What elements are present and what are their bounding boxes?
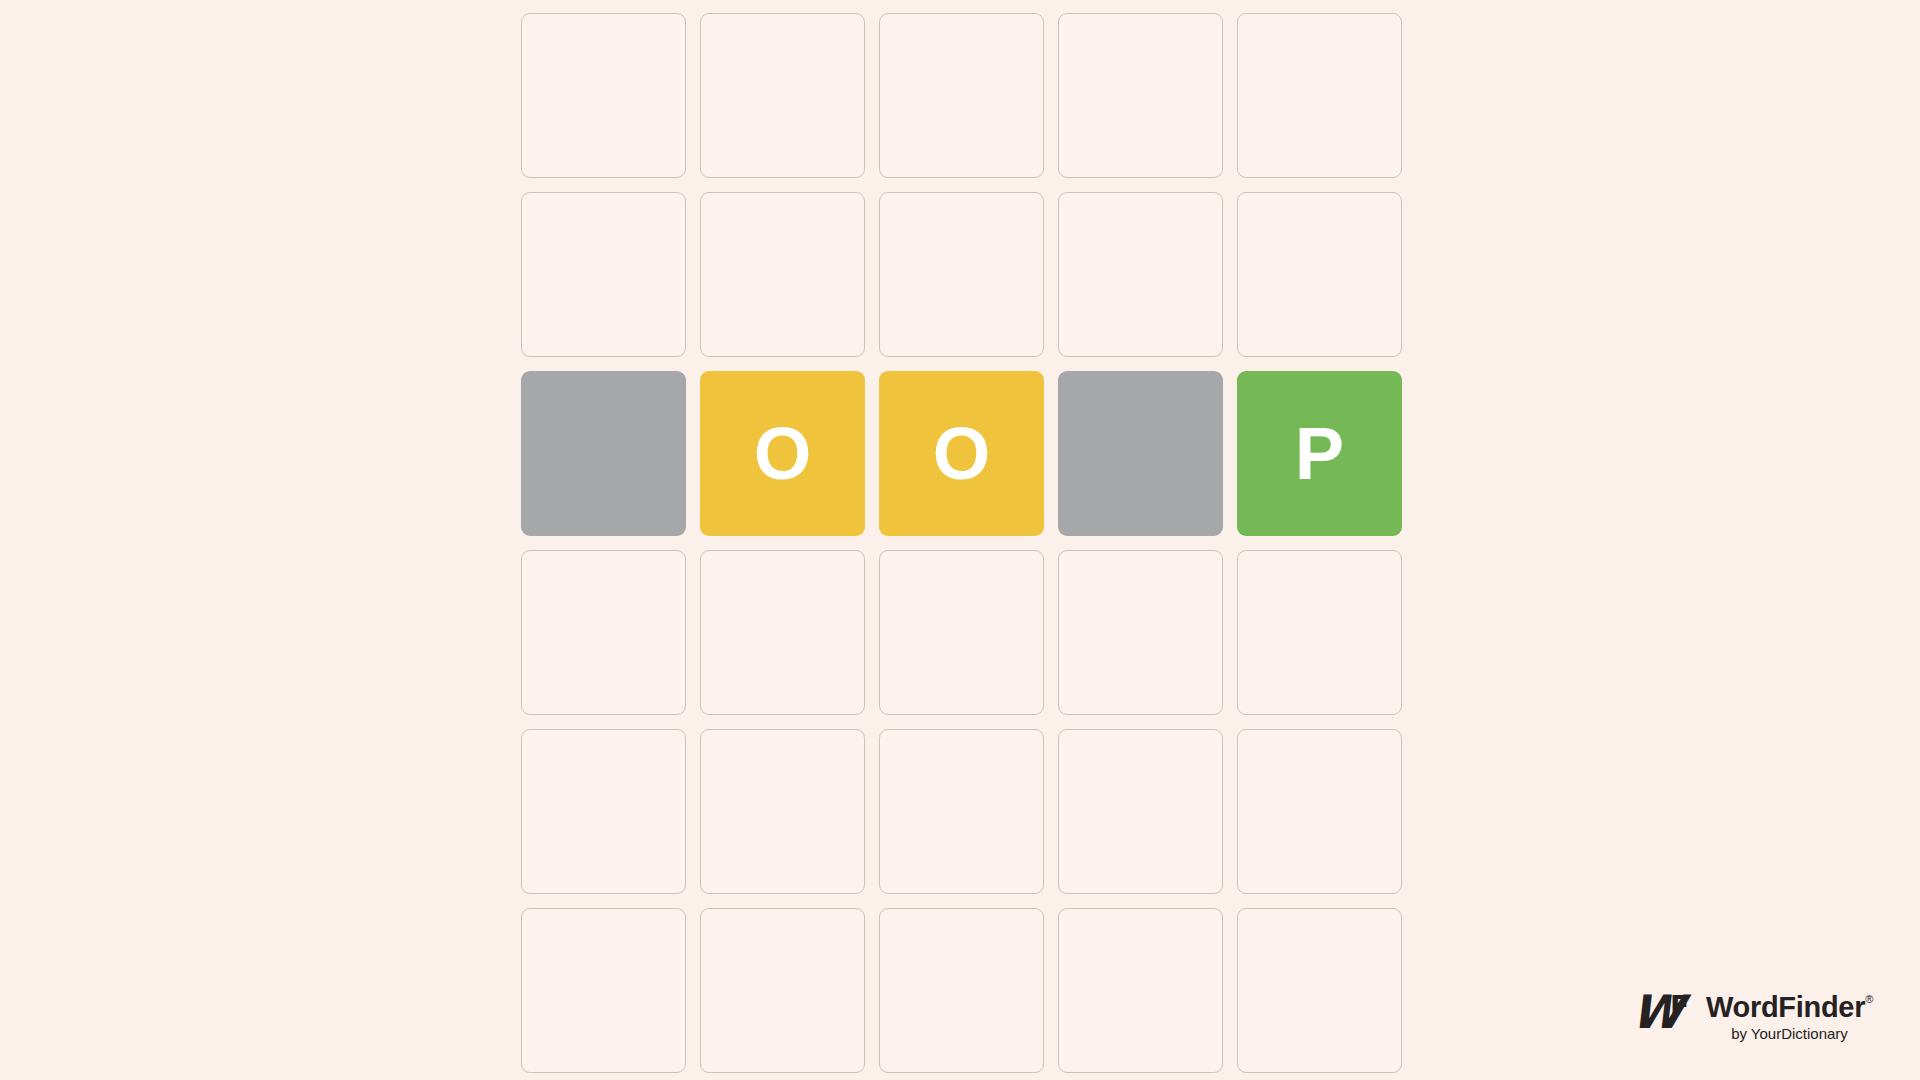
tile-r6c1 [521, 908, 686, 1073]
tile-r6c5 [1237, 908, 1402, 1073]
tile-r2c5 [1237, 192, 1402, 357]
tile-r5c4 [1058, 729, 1223, 894]
tile-r2c3 [879, 192, 1044, 357]
wordfinder-text: WordFinder® by YourDictionary [1706, 993, 1873, 1041]
tile-r4c5 [1237, 550, 1402, 715]
tile-r6c4 [1058, 908, 1223, 1073]
tile-r5c3 [879, 729, 1044, 894]
wordfinder-monogram-icon: W F [1632, 993, 1700, 1043]
tile-r3c5: P [1237, 371, 1402, 536]
wordle-board: OOP [521, 13, 1402, 1073]
tile-r3c2: O [700, 371, 865, 536]
wordfinder-tagline: by YourDictionary [1731, 1026, 1848, 1041]
tile-r3c1 [521, 371, 686, 536]
tile-r5c1 [521, 729, 686, 894]
tile-r6c2 [700, 908, 865, 1073]
monogram-f: F [1670, 993, 1689, 1021]
tile-r2c2 [700, 192, 865, 357]
tile-r5c2 [700, 729, 865, 894]
wordfinder-logo: W F WordFinder® by YourDictionary [1632, 993, 1873, 1043]
tile-r4c2 [700, 550, 865, 715]
tile-r2c4 [1058, 192, 1223, 357]
tile-r1c2 [700, 13, 865, 178]
tile-r3c4 [1058, 371, 1223, 536]
tile-r5c5 [1237, 729, 1402, 894]
tile-r1c1 [521, 13, 686, 178]
tile-r4c3 [879, 550, 1044, 715]
wordfinder-name: WordFinder® [1706, 993, 1873, 1022]
tile-r2c1 [521, 192, 686, 357]
tile-r1c5 [1237, 13, 1402, 178]
tile-r4c4 [1058, 550, 1223, 715]
registered-mark: ® [1865, 993, 1873, 1005]
tile-r3c3: O [879, 371, 1044, 536]
tile-r6c3 [879, 908, 1044, 1073]
wordfinder-wordmark: WordFinder [1706, 991, 1865, 1023]
tile-r4c1 [521, 550, 686, 715]
tile-r1c4 [1058, 13, 1223, 178]
tile-r1c3 [879, 13, 1044, 178]
